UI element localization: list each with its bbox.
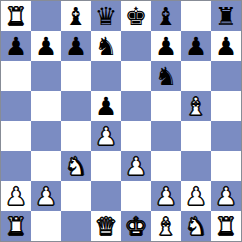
square-h6[interactable] (211, 61, 241, 91)
square-g3[interactable] (181, 151, 211, 181)
square-e7[interactable] (121, 31, 151, 61)
square-f7[interactable]: ♟ (151, 31, 181, 61)
square-e4[interactable] (121, 121, 151, 151)
white-rook-h1[interactable]: ♜ (215, 214, 237, 239)
black-pawn-d5[interactable]: ♟ (95, 94, 117, 119)
black-knight-f6[interactable]: ♞ (155, 64, 177, 89)
square-c1[interactable] (61, 211, 91, 241)
square-a1[interactable]: ♜ (1, 211, 31, 241)
white-knight-g1[interactable]: ♞ (185, 214, 207, 239)
black-pawn-c7[interactable]: ♟ (65, 34, 87, 59)
square-d1[interactable]: ♛ (91, 211, 121, 241)
square-b8[interactable] (31, 1, 61, 31)
square-h1[interactable]: ♜ (211, 211, 241, 241)
square-c7[interactable]: ♟ (61, 31, 91, 61)
square-c4[interactable] (61, 121, 91, 151)
chess-board: ♜♝♛♚♝♜♟♟♟♞♟♟♟♞♟♝♟♞♟♟♟♟♟♟♜♛♚♝♞♜ (0, 0, 242, 242)
square-a4[interactable] (1, 121, 31, 151)
square-e8[interactable]: ♚ (121, 1, 151, 31)
white-king-e1[interactable]: ♚ (125, 214, 147, 239)
square-f4[interactable] (151, 121, 181, 151)
square-d8[interactable]: ♛ (91, 1, 121, 31)
white-knight-c3[interactable]: ♞ (65, 154, 87, 179)
white-bishop-f1[interactable]: ♝ (155, 214, 177, 239)
square-g5[interactable]: ♝ (181, 91, 211, 121)
square-c6[interactable] (61, 61, 91, 91)
square-d3[interactable] (91, 151, 121, 181)
square-g4[interactable] (181, 121, 211, 151)
square-d2[interactable] (91, 181, 121, 211)
square-h5[interactable] (211, 91, 241, 121)
square-d5[interactable]: ♟ (91, 91, 121, 121)
black-pawn-b7[interactable]: ♟ (35, 34, 57, 59)
white-bishop-g5[interactable]: ♝ (185, 94, 207, 119)
square-a7[interactable]: ♟ (1, 31, 31, 61)
square-e1[interactable]: ♚ (121, 211, 151, 241)
square-g1[interactable]: ♞ (181, 211, 211, 241)
square-g7[interactable]: ♟ (181, 31, 211, 61)
black-queen-d8[interactable]: ♛ (95, 4, 117, 29)
black-bishop-f8[interactable]: ♝ (155, 4, 177, 29)
square-b1[interactable] (31, 211, 61, 241)
white-rook-a8[interactable]: ♜ (5, 4, 27, 29)
square-e6[interactable] (121, 61, 151, 91)
square-f2[interactable]: ♟ (151, 181, 181, 211)
white-pawn-d4[interactable]: ♟ (95, 124, 117, 149)
square-f5[interactable] (151, 91, 181, 121)
square-g6[interactable] (181, 61, 211, 91)
square-a5[interactable] (1, 91, 31, 121)
square-b4[interactable] (31, 121, 61, 151)
square-e5[interactable] (121, 91, 151, 121)
square-h8[interactable]: ♜ (211, 1, 241, 31)
white-pawn-e3[interactable]: ♟ (125, 154, 147, 179)
black-pawn-g7[interactable]: ♟ (185, 34, 207, 59)
black-pawn-a7[interactable]: ♟ (5, 34, 27, 59)
square-e3[interactable]: ♟ (121, 151, 151, 181)
square-f1[interactable]: ♝ (151, 211, 181, 241)
square-g2[interactable]: ♟ (181, 181, 211, 211)
square-d7[interactable]: ♞ (91, 31, 121, 61)
square-b6[interactable] (31, 61, 61, 91)
square-c2[interactable] (61, 181, 91, 211)
square-c8[interactable]: ♝ (61, 1, 91, 31)
white-rook-a1[interactable]: ♜ (5, 214, 27, 239)
black-pawn-h7[interactable]: ♟ (215, 34, 237, 59)
square-b5[interactable] (31, 91, 61, 121)
square-d4[interactable]: ♟ (91, 121, 121, 151)
square-b2[interactable]: ♟ (31, 181, 61, 211)
white-pawn-b2[interactable]: ♟ (35, 184, 57, 209)
square-h2[interactable]: ♟ (211, 181, 241, 211)
black-bishop-c8[interactable]: ♝ (65, 4, 87, 29)
square-a3[interactable] (1, 151, 31, 181)
square-b7[interactable]: ♟ (31, 31, 61, 61)
square-g8[interactable] (181, 1, 211, 31)
square-d6[interactable] (91, 61, 121, 91)
square-h7[interactable]: ♟ (211, 31, 241, 61)
square-c3[interactable]: ♞ (61, 151, 91, 181)
square-a6[interactable] (1, 61, 31, 91)
white-pawn-f2[interactable]: ♟ (155, 184, 177, 209)
white-pawn-g2[interactable]: ♟ (185, 184, 207, 209)
square-f8[interactable]: ♝ (151, 1, 181, 31)
black-rook-h8[interactable]: ♜ (215, 4, 237, 29)
square-a2[interactable]: ♟ (1, 181, 31, 211)
square-f3[interactable] (151, 151, 181, 181)
black-pawn-f7[interactable]: ♟ (155, 34, 177, 59)
square-h3[interactable] (211, 151, 241, 181)
square-a8[interactable]: ♜ (1, 1, 31, 31)
black-king-e8[interactable]: ♚ (125, 4, 147, 29)
black-knight-d7[interactable]: ♞ (95, 34, 117, 59)
square-b3[interactable] (31, 151, 61, 181)
chess-board-screenshot: ♜♝♛♚♝♜♟♟♟♞♟♟♟♞♟♝♟♞♟♟♟♟♟♟♜♛♚♝♞♜ (0, 0, 242, 242)
square-c5[interactable] (61, 91, 91, 121)
square-e2[interactable] (121, 181, 151, 211)
white-pawn-h2[interactable]: ♟ (215, 184, 237, 209)
white-queen-d1[interactable]: ♛ (95, 214, 117, 239)
white-pawn-a2[interactable]: ♟ (5, 184, 27, 209)
square-h4[interactable] (211, 121, 241, 151)
square-f6[interactable]: ♞ (151, 61, 181, 91)
